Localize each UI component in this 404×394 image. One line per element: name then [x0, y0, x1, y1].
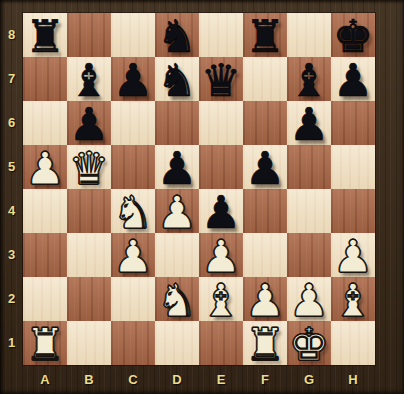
- square-f5[interactable]: ♟: [243, 145, 287, 189]
- piece-black-bishop[interactable]: ♝: [289, 58, 329, 103]
- square-h8[interactable]: ♚: [331, 13, 375, 57]
- square-c4[interactable]: ♞: [111, 189, 155, 233]
- square-h2[interactable]: ♝: [331, 277, 375, 321]
- square-e6[interactable]: [199, 101, 243, 145]
- piece-black-knight[interactable]: ♞: [157, 14, 197, 59]
- piece-black-pawn[interactable]: ♟: [113, 58, 153, 103]
- piece-white-pawn[interactable]: ♟: [245, 278, 285, 323]
- square-a6[interactable]: [23, 101, 67, 145]
- square-f7[interactable]: [243, 57, 287, 101]
- square-e2[interactable]: ♝: [199, 277, 243, 321]
- square-f6[interactable]: [243, 101, 287, 145]
- piece-black-pawn[interactable]: ♟: [333, 58, 373, 103]
- square-g5[interactable]: [287, 145, 331, 189]
- piece-white-king[interactable]: ♚: [289, 322, 329, 367]
- square-g6[interactable]: ♟: [287, 101, 331, 145]
- square-g3[interactable]: [287, 233, 331, 277]
- square-h3[interactable]: ♟: [331, 233, 375, 277]
- piece-white-bishop[interactable]: ♝: [333, 278, 373, 323]
- square-d7[interactable]: ♞: [155, 57, 199, 101]
- square-g8[interactable]: [287, 13, 331, 57]
- piece-white-pawn[interactable]: ♟: [289, 278, 329, 323]
- square-g7[interactable]: ♝: [287, 57, 331, 101]
- square-d2[interactable]: ♞: [155, 277, 199, 321]
- square-f1[interactable]: ♜: [243, 321, 287, 365]
- square-f3[interactable]: [243, 233, 287, 277]
- square-b2[interactable]: [67, 277, 111, 321]
- square-h5[interactable]: [331, 145, 375, 189]
- piece-black-pawn[interactable]: ♟: [201, 190, 241, 235]
- square-a5[interactable]: ♟: [23, 145, 67, 189]
- square-c6[interactable]: [111, 101, 155, 145]
- square-a4[interactable]: [23, 189, 67, 233]
- rank-label-4: 4: [0, 189, 23, 233]
- square-h1[interactable]: [331, 321, 375, 365]
- piece-white-queen[interactable]: ♛: [69, 146, 109, 191]
- piece-black-bishop[interactable]: ♝: [69, 58, 109, 103]
- piece-black-pawn[interactable]: ♟: [289, 102, 329, 147]
- piece-black-queen[interactable]: ♛: [201, 58, 241, 103]
- piece-white-pawn[interactable]: ♟: [157, 190, 197, 235]
- rank-label-6: 6: [0, 101, 23, 145]
- square-b6[interactable]: ♟: [67, 101, 111, 145]
- square-c7[interactable]: ♟: [111, 57, 155, 101]
- file-label-c: C: [111, 365, 155, 394]
- file-label-d: D: [155, 365, 199, 394]
- square-d4[interactable]: ♟: [155, 189, 199, 233]
- square-d8[interactable]: ♞: [155, 13, 199, 57]
- piece-white-pawn[interactable]: ♟: [113, 234, 153, 279]
- piece-black-pawn[interactable]: ♟: [69, 102, 109, 147]
- square-b5[interactable]: ♛: [67, 145, 111, 189]
- square-a1[interactable]: ♜: [23, 321, 67, 365]
- rank-label-8: 8: [0, 13, 23, 57]
- square-e3[interactable]: ♟: [199, 233, 243, 277]
- rank-label-2: 2: [0, 277, 23, 321]
- rank-labels: 87654321: [0, 13, 23, 365]
- piece-white-bishop[interactable]: ♝: [201, 278, 241, 323]
- square-e8[interactable]: [199, 13, 243, 57]
- square-e5[interactable]: [199, 145, 243, 189]
- square-c8[interactable]: [111, 13, 155, 57]
- piece-white-pawn[interactable]: ♟: [25, 146, 65, 191]
- piece-white-pawn[interactable]: ♟: [201, 234, 241, 279]
- piece-black-knight[interactable]: ♞: [157, 58, 197, 103]
- square-a8[interactable]: ♜: [23, 13, 67, 57]
- piece-black-pawn[interactable]: ♟: [157, 146, 197, 191]
- square-f8[interactable]: ♜: [243, 13, 287, 57]
- square-e4[interactable]: ♟: [199, 189, 243, 233]
- piece-black-rook[interactable]: ♜: [245, 14, 285, 59]
- piece-white-rook[interactable]: ♜: [25, 322, 65, 367]
- square-d1[interactable]: [155, 321, 199, 365]
- square-c5[interactable]: [111, 145, 155, 189]
- square-e1[interactable]: [199, 321, 243, 365]
- piece-white-pawn[interactable]: ♟: [333, 234, 373, 279]
- board-frame: 87654321 ABCDEFGH ♜♞♜♚♝♟♞♛♝♟♟♟♟♛♟♟♞♟♟♟♟♟…: [0, 0, 404, 394]
- square-h7[interactable]: ♟: [331, 57, 375, 101]
- rank-label-7: 7: [0, 57, 23, 101]
- file-label-e: E: [199, 365, 243, 394]
- square-b8[interactable]: [67, 13, 111, 57]
- square-b4[interactable]: [67, 189, 111, 233]
- rank-label-3: 3: [0, 233, 23, 277]
- square-h6[interactable]: [331, 101, 375, 145]
- rank-label-1: 1: [0, 321, 23, 365]
- square-b1[interactable]: [67, 321, 111, 365]
- square-a3[interactable]: [23, 233, 67, 277]
- piece-white-rook[interactable]: ♜: [245, 322, 285, 367]
- piece-black-king[interactable]: ♚: [333, 14, 373, 59]
- square-h4[interactable]: [331, 189, 375, 233]
- piece-white-knight[interactable]: ♞: [157, 278, 197, 323]
- square-c3[interactable]: ♟: [111, 233, 155, 277]
- square-d3[interactable]: [155, 233, 199, 277]
- square-b3[interactable]: [67, 233, 111, 277]
- square-a2[interactable]: [23, 277, 67, 321]
- square-e7[interactable]: ♛: [199, 57, 243, 101]
- square-d6[interactable]: [155, 101, 199, 145]
- file-label-h: H: [331, 365, 375, 394]
- square-d5[interactable]: ♟: [155, 145, 199, 189]
- square-c2[interactable]: [111, 277, 155, 321]
- chess-board: ♜♞♜♚♝♟♞♛♝♟♟♟♟♛♟♟♞♟♟♟♟♟♞♝♟♟♝♜♜♚: [23, 13, 375, 365]
- square-f2[interactable]: ♟: [243, 277, 287, 321]
- file-label-b: B: [67, 365, 111, 394]
- rank-label-5: 5: [0, 145, 23, 189]
- square-c1[interactable]: [111, 321, 155, 365]
- square-g2[interactable]: ♟: [287, 277, 331, 321]
- square-b7[interactable]: ♝: [67, 57, 111, 101]
- square-a7[interactable]: [23, 57, 67, 101]
- piece-white-knight[interactable]: ♞: [113, 190, 153, 235]
- square-g4[interactable]: [287, 189, 331, 233]
- piece-black-rook[interactable]: ♜: [25, 14, 65, 59]
- square-f4[interactable]: [243, 189, 287, 233]
- square-g1[interactable]: ♚: [287, 321, 331, 365]
- piece-black-pawn[interactable]: ♟: [245, 146, 285, 191]
